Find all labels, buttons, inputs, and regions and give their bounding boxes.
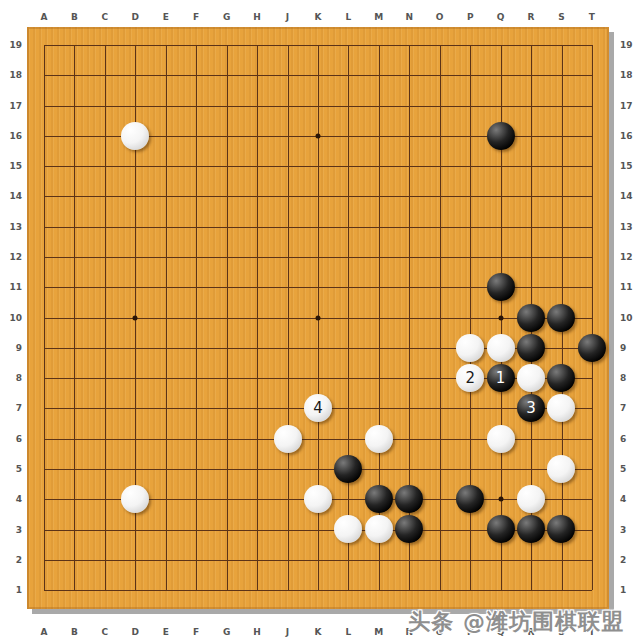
watermark-text: 头条 @潍坊围棋联盟: [408, 607, 624, 637]
coord-label-right-17: 17: [620, 100, 640, 112]
stone-black-P4: [456, 485, 484, 513]
coord-label-top-B: B: [66, 11, 82, 23]
coord-label-right-12: 12: [620, 251, 640, 263]
coord-label-right-15: 15: [620, 160, 640, 172]
stone-black-N3: [395, 515, 423, 543]
coord-label-top-M: M: [371, 11, 387, 23]
stone-black-Q11: [487, 273, 515, 301]
coord-label-right-3: 3: [620, 524, 640, 536]
stones: 1324: [27, 27, 609, 609]
coord-label-left-13: 13: [2, 221, 22, 233]
coord-label-top-H: H: [249, 11, 265, 23]
coord-label-right-7: 7: [620, 402, 640, 414]
coord-label-left-4: 4: [2, 493, 22, 505]
coord-label-bottom-E: E: [158, 626, 174, 638]
coord-label-left-7: 7: [2, 402, 22, 414]
coord-label-top-D: D: [127, 11, 143, 23]
coord-label-right-9: 9: [620, 342, 640, 354]
stone-black-R7: 3: [517, 394, 545, 422]
stone-black-Q3: [487, 515, 515, 543]
coord-label-left-18: 18: [2, 69, 22, 81]
coord-label-right-1: 1: [620, 584, 640, 596]
coord-label-left-3: 3: [2, 524, 22, 536]
coord-label-top-K: K: [310, 11, 326, 23]
coord-label-top-F: F: [188, 11, 204, 23]
coord-label-right-2: 2: [620, 554, 640, 566]
coord-label-left-9: 9: [2, 342, 22, 354]
stone-black-Q8: 1: [487, 364, 515, 392]
move-number-label: 4: [313, 394, 323, 422]
go-diagram-page: 1324 AABBCCDDEEFFGGHHJJKKLLMMNNOOPPQQRRS…: [0, 0, 640, 640]
coord-label-right-19: 19: [620, 39, 640, 51]
coord-label-bottom-H: H: [249, 626, 265, 638]
stone-white-R8: [517, 364, 545, 392]
coord-label-bottom-F: F: [188, 626, 204, 638]
stone-white-D16: [121, 122, 149, 150]
stone-white-R4: [517, 485, 545, 513]
coord-label-left-15: 15: [2, 160, 22, 172]
stone-white-Q9: [487, 334, 515, 362]
coord-label-right-10: 10: [620, 312, 640, 324]
stone-black-M4: [365, 485, 393, 513]
coord-label-top-Q: Q: [493, 11, 509, 23]
coord-label-right-4: 4: [620, 493, 640, 505]
move-number-label: 1: [496, 364, 506, 392]
coord-label-left-2: 2: [2, 554, 22, 566]
coord-label-right-6: 6: [620, 433, 640, 445]
go-board[interactable]: 1324: [27, 27, 609, 609]
move-number-label: 2: [465, 364, 475, 392]
stone-white-M3: [365, 515, 393, 543]
coord-label-right-5: 5: [620, 463, 640, 475]
coord-label-left-5: 5: [2, 463, 22, 475]
coord-label-left-10: 10: [2, 312, 22, 324]
coord-label-left-11: 11: [2, 281, 22, 293]
stone-white-K7: 4: [304, 394, 332, 422]
stone-white-S7: [547, 394, 575, 422]
coord-label-bottom-A: A: [36, 626, 52, 638]
stone-black-R9: [517, 334, 545, 362]
coord-label-bottom-G: G: [219, 626, 235, 638]
coord-label-bottom-D: D: [127, 626, 143, 638]
coord-label-right-18: 18: [620, 69, 640, 81]
coord-label-bottom-C: C: [97, 626, 113, 638]
coord-label-top-T: T: [584, 11, 600, 23]
coord-label-top-G: G: [219, 11, 235, 23]
coord-label-top-J: J: [280, 11, 296, 23]
stone-black-L5: [334, 455, 362, 483]
coord-label-left-6: 6: [2, 433, 22, 445]
stone-white-P9: [456, 334, 484, 362]
coord-label-right-13: 13: [620, 221, 640, 233]
stone-white-Q6: [487, 425, 515, 453]
stone-black-S10: [547, 304, 575, 332]
stone-black-S8: [547, 364, 575, 392]
stone-black-Q16: [487, 122, 515, 150]
coord-label-right-11: 11: [620, 281, 640, 293]
stone-white-S5: [547, 455, 575, 483]
coord-label-left-1: 1: [2, 584, 22, 596]
coord-label-top-E: E: [158, 11, 174, 23]
coord-label-top-P: P: [462, 11, 478, 23]
coord-label-top-O: O: [432, 11, 448, 23]
coord-label-top-L: L: [340, 11, 356, 23]
coord-label-top-A: A: [36, 11, 52, 23]
coord-label-bottom-K: K: [310, 626, 326, 638]
coord-label-top-C: C: [97, 11, 113, 23]
coord-label-top-R: R: [523, 11, 539, 23]
coord-label-bottom-J: J: [280, 626, 296, 638]
coord-label-right-14: 14: [620, 190, 640, 202]
coord-label-bottom-L: L: [340, 626, 356, 638]
coord-label-left-8: 8: [2, 372, 22, 384]
coord-label-top-S: S: [554, 11, 570, 23]
stone-white-K4: [304, 485, 332, 513]
stone-white-M6: [365, 425, 393, 453]
stone-black-S3: [547, 515, 575, 543]
coord-label-left-14: 14: [2, 190, 22, 202]
stone-white-J6: [274, 425, 302, 453]
stone-white-L3: [334, 515, 362, 543]
stone-white-P8: 2: [456, 364, 484, 392]
coord-label-left-17: 17: [2, 100, 22, 112]
coord-label-top-N: N: [401, 11, 417, 23]
move-number-label: 3: [526, 394, 536, 422]
coord-label-left-16: 16: [2, 130, 22, 142]
stone-black-R10: [517, 304, 545, 332]
coord-label-left-12: 12: [2, 251, 22, 263]
stone-black-R3: [517, 515, 545, 543]
coord-label-right-8: 8: [620, 372, 640, 384]
stone-black-N4: [395, 485, 423, 513]
stone-black-T9: [578, 334, 606, 362]
coord-label-bottom-M: M: [371, 626, 387, 638]
coord-label-left-19: 19: [2, 39, 22, 51]
coord-label-right-16: 16: [620, 130, 640, 142]
stone-white-D4: [121, 485, 149, 513]
coord-label-bottom-B: B: [66, 626, 82, 638]
